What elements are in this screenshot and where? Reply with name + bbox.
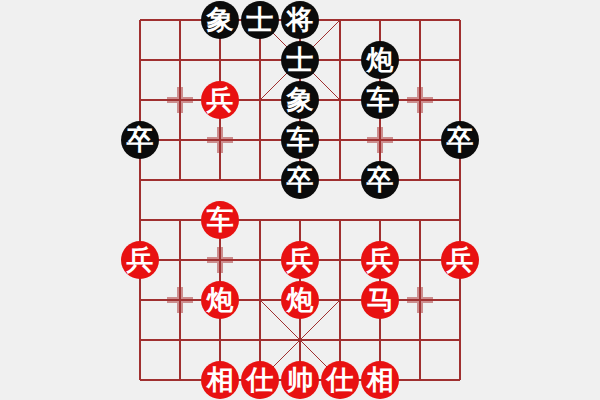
piece-glyph: 兵 [447,241,474,279]
piece-red-chariot[interactable]: 车 [201,201,239,239]
piece-glyph: 卒 [447,121,474,159]
point-marker-corner [181,87,193,99]
piece-red-soldier[interactable]: 兵 [441,241,479,279]
piece-black-soldier[interactable]: 卒 [281,161,319,199]
point-marker-corner [167,101,179,113]
point-marker-corner [407,301,419,313]
point-marker-corner [221,127,233,139]
piece-glyph: 兵 [287,241,314,279]
piece-glyph: 兵 [207,81,234,119]
piece-glyph: 士 [247,1,274,39]
point-marker-corner [407,87,419,99]
piece-glyph: 卒 [287,161,314,199]
point-marker [167,87,193,113]
point-marker-corner [421,87,433,99]
point-marker-corner [367,127,379,139]
point-marker-corner [167,287,179,299]
piece-glyph: 车 [207,201,234,239]
point-marker [407,87,433,113]
piece-glyph: 士 [287,41,314,79]
piece-glyph: 卒 [127,121,154,159]
piece-red-elephant[interactable]: 相 [361,361,399,399]
piece-glyph: 炮 [207,281,234,319]
piece-red-advisor[interactable]: 仕 [321,361,359,399]
point-marker-corner [367,141,379,153]
piece-red-cannon[interactable]: 炮 [201,281,239,319]
point-marker-corner [221,261,233,273]
point-marker-corner [167,87,179,99]
piece-glyph: 仕 [247,361,274,399]
piece-red-soldier[interactable]: 兵 [281,241,319,279]
piece-glyph: 帅 [287,361,314,399]
point-marker [167,287,193,313]
piece-red-soldier[interactable]: 兵 [361,241,399,279]
point-marker-corner [207,247,219,259]
piece-glyph: 卒 [367,161,394,199]
point-marker-corner [421,301,433,313]
piece-red-general[interactable]: 帅 [281,361,319,399]
point-marker-corner [407,287,419,299]
piece-glyph: 相 [207,361,234,399]
piece-glyph: 象 [207,1,234,39]
piece-glyph: 车 [367,81,394,119]
point-marker-corner [381,127,393,139]
point-marker-corner [221,247,233,259]
piece-glyph: 兵 [127,241,154,279]
piece-glyph: 炮 [287,281,314,319]
piece-glyph: 炮 [367,41,394,79]
point-marker-corner [207,261,219,273]
piece-black-chariot[interactable]: 车 [361,81,399,119]
piece-black-cannon[interactable]: 炮 [361,41,399,79]
point-marker-corner [167,301,179,313]
piece-red-soldier[interactable]: 兵 [121,241,159,279]
piece-glyph: 象 [287,81,314,119]
point-marker-corner [207,127,219,139]
point-marker-corner [381,141,393,153]
piece-red-horse[interactable]: 马 [361,281,399,319]
piece-glyph: 马 [367,281,394,319]
point-marker [407,287,433,313]
point-marker [207,127,233,153]
piece-glyph: 将 [287,1,314,39]
board-intersections: 象士将士炮兵象车卒车卒卒卒车兵兵兵兵炮炮马相仕帅仕相 [120,0,480,400]
piece-red-cannon[interactable]: 炮 [281,281,319,319]
piece-red-soldier[interactable]: 兵 [201,81,239,119]
piece-black-elephant[interactable]: 象 [201,1,239,39]
point-marker-corner [207,141,219,153]
point-marker-corner [407,101,419,113]
piece-black-general[interactable]: 将 [281,1,319,39]
point-marker-corner [421,287,433,299]
point-marker [207,247,233,273]
piece-red-advisor[interactable]: 仕 [241,361,279,399]
piece-black-soldier[interactable]: 卒 [441,121,479,159]
point-marker-corner [181,301,193,313]
app-canvas: 象士将士炮兵象车卒车卒卒卒车兵兵兵兵炮炮马相仕帅仕相 [0,0,600,400]
piece-glyph: 车 [287,121,314,159]
piece-black-advisor[interactable]: 士 [241,1,279,39]
piece-black-soldier[interactable]: 卒 [121,121,159,159]
piece-black-chariot[interactable]: 车 [281,121,319,159]
piece-glyph: 兵 [367,241,394,279]
piece-black-soldier[interactable]: 卒 [361,161,399,199]
point-marker [367,127,393,153]
piece-glyph: 相 [367,361,394,399]
point-marker-corner [421,101,433,113]
piece-glyph: 仕 [327,361,354,399]
point-marker-corner [181,287,193,299]
piece-black-advisor[interactable]: 士 [281,41,319,79]
piece-black-elephant[interactable]: 象 [281,81,319,119]
point-marker-corner [221,141,233,153]
point-marker-corner [181,101,193,113]
piece-red-elephant[interactable]: 相 [201,361,239,399]
